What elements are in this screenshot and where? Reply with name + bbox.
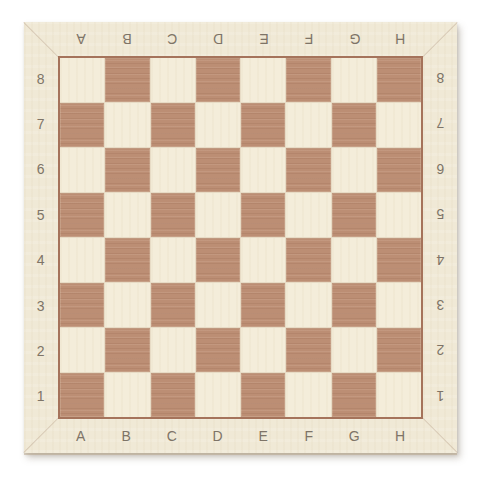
square-f5[interactable] <box>286 193 330 237</box>
square-c2[interactable] <box>151 328 195 372</box>
square-b1[interactable] <box>105 373 149 417</box>
rank-label: 2 <box>24 328 58 373</box>
square-h7[interactable] <box>377 103 421 147</box>
square-f2[interactable] <box>286 328 330 372</box>
rank-label: 8 <box>423 56 457 101</box>
square-c4[interactable] <box>151 238 195 282</box>
square-e7[interactable] <box>241 103 285 147</box>
file-label: B <box>104 419 150 453</box>
square-f4[interactable] <box>286 238 330 282</box>
square-e2[interactable] <box>241 328 285 372</box>
square-g3[interactable] <box>332 283 376 327</box>
square-e5[interactable] <box>241 193 285 237</box>
square-c6[interactable] <box>151 148 195 192</box>
square-b2[interactable] <box>105 328 149 372</box>
file-label: F <box>286 22 332 56</box>
square-g1[interactable] <box>332 373 376 417</box>
square-a5[interactable] <box>60 193 104 237</box>
square-g6[interactable] <box>332 148 376 192</box>
rank-label: 5 <box>423 192 457 237</box>
square-h1[interactable] <box>377 373 421 417</box>
chess-board: ABCDEFGH ABCDEFGH 87654321 87654321 <box>24 22 457 453</box>
square-a8[interactable] <box>60 58 104 102</box>
file-label: H <box>377 22 423 56</box>
file-label: D <box>195 22 241 56</box>
right-rank-labels: 87654321 <box>423 56 457 419</box>
rank-label: 1 <box>423 374 457 419</box>
miter-joint-bottom-right <box>422 418 457 453</box>
rank-label: 4 <box>423 238 457 283</box>
left-rank-labels: 87654321 <box>24 56 58 419</box>
bottom-file-labels: ABCDEFGH <box>58 419 423 453</box>
miter-joint-top-right <box>422 22 457 57</box>
square-e3[interactable] <box>241 283 285 327</box>
square-c5[interactable] <box>151 193 195 237</box>
square-h2[interactable] <box>377 328 421 372</box>
rank-label: 6 <box>24 147 58 192</box>
rank-label: 8 <box>24 56 58 101</box>
square-d7[interactable] <box>196 103 240 147</box>
play-area <box>58 56 423 419</box>
square-a3[interactable] <box>60 283 104 327</box>
file-label: E <box>241 22 287 56</box>
file-label: B <box>104 22 150 56</box>
rank-label: 3 <box>423 283 457 328</box>
square-d6[interactable] <box>196 148 240 192</box>
file-label: G <box>332 419 378 453</box>
square-e6[interactable] <box>241 148 285 192</box>
rank-label: 4 <box>24 238 58 283</box>
square-d2[interactable] <box>196 328 240 372</box>
rank-label: 2 <box>423 328 457 373</box>
product-photo: ABCDEFGH ABCDEFGH 87654321 87654321 <box>0 0 480 480</box>
square-a1[interactable] <box>60 373 104 417</box>
square-h6[interactable] <box>377 148 421 192</box>
square-g8[interactable] <box>332 58 376 102</box>
file-label: F <box>286 419 332 453</box>
rank-label: 1 <box>24 374 58 419</box>
rank-label: 7 <box>423 101 457 146</box>
square-a7[interactable] <box>60 103 104 147</box>
square-g7[interactable] <box>332 103 376 147</box>
square-f1[interactable] <box>286 373 330 417</box>
miter-joint-bottom-left <box>23 418 58 453</box>
square-c7[interactable] <box>151 103 195 147</box>
rank-label: 3 <box>24 283 58 328</box>
square-h4[interactable] <box>377 238 421 282</box>
square-h5[interactable] <box>377 193 421 237</box>
square-c1[interactable] <box>151 373 195 417</box>
square-d5[interactable] <box>196 193 240 237</box>
square-b7[interactable] <box>105 103 149 147</box>
rank-label: 7 <box>24 101 58 146</box>
square-h8[interactable] <box>377 58 421 102</box>
square-b8[interactable] <box>105 58 149 102</box>
square-g2[interactable] <box>332 328 376 372</box>
square-g5[interactable] <box>332 193 376 237</box>
square-e8[interactable] <box>241 58 285 102</box>
file-label: A <box>58 419 104 453</box>
square-f6[interactable] <box>286 148 330 192</box>
square-b3[interactable] <box>105 283 149 327</box>
square-g4[interactable] <box>332 238 376 282</box>
rank-label: 5 <box>24 192 58 237</box>
square-e4[interactable] <box>241 238 285 282</box>
square-b6[interactable] <box>105 148 149 192</box>
square-c3[interactable] <box>151 283 195 327</box>
square-e1[interactable] <box>241 373 285 417</box>
square-d3[interactable] <box>196 283 240 327</box>
file-label: E <box>241 419 287 453</box>
square-b5[interactable] <box>105 193 149 237</box>
file-label: C <box>149 419 195 453</box>
square-d1[interactable] <box>196 373 240 417</box>
top-file-labels: ABCDEFGH <box>58 22 423 56</box>
square-a2[interactable] <box>60 328 104 372</box>
square-b4[interactable] <box>105 238 149 282</box>
file-label: D <box>195 419 241 453</box>
square-f8[interactable] <box>286 58 330 102</box>
square-d8[interactable] <box>196 58 240 102</box>
file-label: A <box>58 22 104 56</box>
square-c8[interactable] <box>151 58 195 102</box>
square-f7[interactable] <box>286 103 330 147</box>
miter-joint-top-left <box>23 22 58 57</box>
file-label: H <box>377 419 423 453</box>
square-a6[interactable] <box>60 148 104 192</box>
file-label: C <box>149 22 195 56</box>
rank-label: 6 <box>423 147 457 192</box>
square-d4[interactable] <box>196 238 240 282</box>
file-label: G <box>332 22 378 56</box>
square-f3[interactable] <box>286 283 330 327</box>
square-a4[interactable] <box>60 238 104 282</box>
square-h3[interactable] <box>377 283 421 327</box>
